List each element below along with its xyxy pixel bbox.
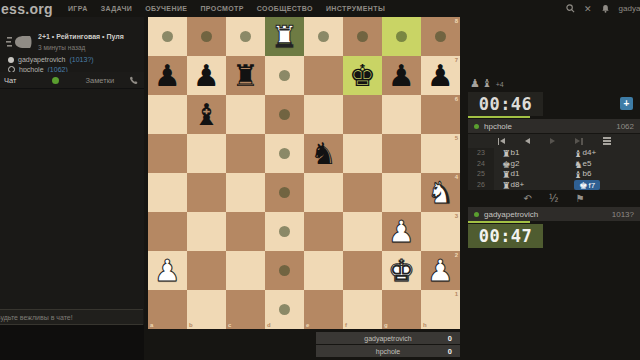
square-a3[interactable] <box>148 212 187 251</box>
coord-file-g: g <box>384 322 388 328</box>
game-started-ago: 3 минуты назад <box>38 44 85 51</box>
square-a7[interactable]: ♟ <box>148 56 187 95</box>
square-h7[interactable]: ♟7 <box>421 56 460 95</box>
piece-white-P-g3[interactable]: ♟ <box>382 212 421 251</box>
square-b2[interactable] <box>187 251 226 290</box>
coord-file-e: e <box>306 322 309 328</box>
search-icon[interactable] <box>566 4 575 13</box>
move-dest-dot <box>279 109 290 120</box>
square-a5[interactable] <box>148 134 187 173</box>
move-number: 26 <box>468 180 494 191</box>
square-f8[interactable] <box>343 17 382 56</box>
coord-file-h: h <box>423 322 427 328</box>
square-c1[interactable]: c <box>226 290 265 329</box>
square-g8[interactable] <box>382 17 421 56</box>
move-controls <box>468 134 640 148</box>
move-dest-dot <box>201 31 212 42</box>
piece-white-R-d8[interactable]: ♜ <box>265 17 304 56</box>
move-23-black[interactable]: ♝d4+ <box>566 148 640 159</box>
square-e7[interactable] <box>304 56 343 95</box>
lichess-game-page: ess.org ИГРА ЗАДАЧИ ОБУЧЕНИЕ ПРОСМОТР СО… <box>0 0 640 360</box>
square-g3[interactable]: ♟ <box>382 212 421 251</box>
square-h6[interactable]: 6 <box>421 95 460 134</box>
square-c8[interactable] <box>226 17 265 56</box>
menu-play[interactable]: ИГРА <box>68 5 88 12</box>
move-row-23: 23♜b1♝d4+ <box>468 148 640 159</box>
next-move-button[interactable] <box>550 138 555 144</box>
figurine-icon: ♝ <box>574 169 583 180</box>
crosstable-score: 0 <box>448 347 452 356</box>
player-bottom-name[interactable]: gadyapetrovich <box>484 210 538 219</box>
move-number: 23 <box>468 148 494 159</box>
online-dot <box>474 212 479 217</box>
square-g6[interactable] <box>382 95 421 134</box>
navbar-right: ✕ gadyapetrovich <box>566 0 640 17</box>
coord-rank-2: 2 <box>455 252 458 258</box>
piece-black-P-g7[interactable]: ♟ <box>382 56 421 95</box>
site-logo[interactable]: ess.org <box>1 1 53 17</box>
time-bar-top <box>468 116 530 118</box>
move-row-24: 24♚g2♞e5 <box>468 159 640 170</box>
figurine-icon: ♜ <box>502 148 511 159</box>
coord-rank-6: 6 <box>455 96 458 102</box>
piece-black-N-e5[interactable]: ♞ <box>304 134 343 173</box>
square-d1[interactable]: d <box>265 290 304 329</box>
last-move-button[interactable] <box>575 138 583 145</box>
square-f5[interactable] <box>343 134 382 173</box>
phone-icon[interactable] <box>129 76 138 85</box>
crosstable-row-black[interactable]: hpchole 0 <box>316 345 460 357</box>
offer-draw-button[interactable]: ½ <box>549 192 559 206</box>
player-bottom-rating: 1013? <box>612 210 634 219</box>
coord-file-c: c <box>228 322 231 328</box>
square-f3[interactable] <box>343 212 382 251</box>
square-c3[interactable] <box>226 212 265 251</box>
square-c4[interactable] <box>226 173 265 212</box>
square-a2[interactable]: ♟ <box>148 251 187 290</box>
game-actions: ↶ ½ ⚑ <box>468 192 640 206</box>
white-player-row: gadyapetrovich (1013?) <box>8 56 94 63</box>
move-text: d4+ <box>583 148 597 159</box>
menu-tools[interactable]: ИНСТРУМЕНТЫ <box>326 5 385 12</box>
piece-black-P-b7[interactable]: ♟ <box>187 56 226 95</box>
square-a1[interactable]: a <box>148 290 187 329</box>
menu-learn[interactable]: ОБУЧЕНИЕ <box>145 5 187 12</box>
coord-file-d: d <box>267 322 271 328</box>
takeback-button[interactable]: ↶ <box>523 192 531 206</box>
coord-rank-1: 1 <box>455 291 458 297</box>
square-b5[interactable] <box>187 134 226 173</box>
square-c2[interactable] <box>226 251 265 290</box>
square-g4[interactable] <box>382 173 421 212</box>
crosstable-row-white[interactable]: gadyapetrovich 0 <box>316 332 460 344</box>
move-text: f7 <box>589 181 596 190</box>
square-g5[interactable] <box>382 134 421 173</box>
coord-rank-3: 3 <box>455 213 458 219</box>
move-text: b1 <box>511 148 520 159</box>
move-dest-dot <box>240 31 251 42</box>
square-d7[interactable] <box>265 56 304 95</box>
figurine-icon: ♚ <box>579 180 588 191</box>
coord-rank-5: 5 <box>455 135 458 141</box>
menu-puzzles[interactable]: ЗАДАЧИ <box>101 5 133 12</box>
square-b7[interactable]: ♟ <box>187 56 226 95</box>
move-list-box: 23♜b1♝d4+24♚g2♞e525♜d1♝b626♜d8+♚f7 <box>468 134 640 190</box>
square-a4[interactable] <box>148 173 187 212</box>
square-e8[interactable] <box>304 17 343 56</box>
square-h5[interactable]: 5 <box>421 134 460 173</box>
figurine-icon: ♜ <box>502 180 511 191</box>
move-dest-dot <box>162 31 173 42</box>
give-more-time-button[interactable]: + <box>620 97 633 110</box>
menu-watch[interactable]: ПРОСМОТР <box>200 5 243 12</box>
move-dest-dot <box>279 304 290 315</box>
move-23-white[interactable]: ♜b1 <box>494 148 566 159</box>
square-b6[interactable]: ♝ <box>187 95 226 134</box>
piece-white-K-g2[interactable]: ♚ <box>382 251 421 290</box>
move-text: d8+ <box>511 180 525 191</box>
square-e2[interactable] <box>304 251 343 290</box>
player-top-name[interactable]: hpchole <box>484 122 512 131</box>
white-player-name[interactable]: gadyapetrovich <box>18 56 65 63</box>
square-a8[interactable] <box>148 17 187 56</box>
square-b3[interactable] <box>187 212 226 251</box>
square-f6[interactable] <box>343 95 382 134</box>
move-dest-dot <box>318 31 329 42</box>
square-e6[interactable] <box>304 95 343 134</box>
online-dot <box>474 124 479 129</box>
square-h1[interactable]: 1h <box>421 290 460 329</box>
piece-black-R-c7[interactable]: ♜ <box>226 56 265 95</box>
resign-button[interactable]: ⚑ <box>576 192 585 206</box>
chat-input[interactable]: Будьте вежливы в чате! <box>0 309 143 325</box>
square-d2[interactable] <box>265 251 304 290</box>
game-panel: ♟ ♝ +4 00:46 + hpchole 1062 23♜b1♝d4+24♚… <box>468 17 640 360</box>
move-dest-dot <box>279 226 290 237</box>
coord-file-f: f <box>345 322 347 328</box>
first-move-button[interactable] <box>498 138 506 145</box>
prev-move-button[interactable] <box>525 138 530 144</box>
move-dest-dot <box>357 31 368 42</box>
time-control-label: 2+1 • Рейтинговая • Пуля <box>38 33 124 40</box>
square-f4[interactable] <box>343 173 382 212</box>
square-h8[interactable]: 8 <box>421 17 460 56</box>
square-a6[interactable] <box>148 95 187 134</box>
player-top-rating: 1062 <box>616 122 634 131</box>
move-25-black[interactable]: ♝b6 <box>566 169 640 180</box>
square-g2[interactable]: ♚ <box>382 251 421 290</box>
piece-white-P-a2[interactable]: ♟ <box>148 251 187 290</box>
menu-community[interactable]: СООБЩЕСТВО <box>257 5 313 12</box>
move-text: d1 <box>511 169 520 180</box>
square-h3[interactable]: 3 <box>421 212 460 251</box>
top-navbar: ess.org ИГРА ЗАДАЧИ ОБУЧЕНИЕ ПРОСМОТР СО… <box>0 0 640 17</box>
move-text: b6 <box>583 169 592 180</box>
chat-toggle-icon[interactable] <box>52 77 59 84</box>
menu-icon[interactable] <box>603 137 611 145</box>
player-row-bottom: gadyapetrovich 1013? <box>468 207 640 221</box>
move-24-white[interactable]: ♚g2 <box>494 159 566 170</box>
chess-board[interactable]: ♜8♟♟♜♚♟♟7♝6♞5♞4♟3♟♚♟2abcdefg1h <box>148 17 460 329</box>
coord-file-b: b <box>189 322 193 328</box>
coord-rank-8: 8 <box>455 18 458 24</box>
tab-chat[interactable]: Чат <box>4 76 16 85</box>
square-g7[interactable]: ♟ <box>382 56 421 95</box>
chat-placeholder: Будьте вежливы в чате! <box>0 314 73 321</box>
challenges-icon[interactable]: ✕ <box>584 4 592 14</box>
square-d6[interactable] <box>265 95 304 134</box>
figurine-icon: ♚ <box>502 159 511 170</box>
left-sidebar: 2+1 • Рейтинговая • Пуля 3 минуты назад … <box>0 17 144 360</box>
figurine-icon: ♜ <box>502 169 511 180</box>
move-row-25: 25♜d1♝b6 <box>468 169 640 180</box>
square-h2[interactable]: ♟2 <box>421 251 460 290</box>
move-number: 24 <box>468 159 494 170</box>
move-dest-dot <box>396 31 407 42</box>
move-number: 25 <box>468 169 494 180</box>
square-c6[interactable] <box>226 95 265 134</box>
square-b4[interactable] <box>187 173 226 212</box>
crosstable-name: hpchole <box>376 348 401 355</box>
time-bar-bottom <box>468 221 530 223</box>
coord-rank-7: 7 <box>455 57 458 63</box>
move-26-black[interactable]: ♚f7 <box>566 180 640 190</box>
move-26-white[interactable]: ♜d8+ <box>494 180 566 191</box>
crosstable-score: 0 <box>448 334 452 343</box>
figurine-icon: ♝ <box>574 148 583 159</box>
move-dest-dot <box>435 31 446 42</box>
square-g1[interactable]: g <box>382 290 421 329</box>
square-e3[interactable] <box>304 212 343 251</box>
captured-bishop-icon: ♝ <box>482 78 492 90</box>
coord-rank-4: 4 <box>455 174 458 180</box>
piece-black-P-a7[interactable]: ♟ <box>148 56 187 95</box>
figurine-icon: ♞ <box>574 159 583 170</box>
move-25-white[interactable]: ♜d1 <box>494 169 566 180</box>
square-c5[interactable] <box>226 134 265 173</box>
square-f2[interactable] <box>343 251 382 290</box>
clock-top: 00:46 <box>468 92 543 116</box>
move-rows: 23♜b1♝d4+24♚g2♞e525♜d1♝b626♜d8+♚f7 <box>468 148 640 190</box>
chat-tabs: Чат Заметки <box>0 72 144 89</box>
coord-file-a: a <box>150 322 153 328</box>
tab-notes[interactable]: Заметки <box>85 76 114 85</box>
square-f7[interactable]: ♚ <box>343 56 382 95</box>
square-b8[interactable] <box>187 17 226 56</box>
player-row-top: hpchole 1062 <box>468 119 640 133</box>
captured-pawn-icon: ♟ <box>470 78 480 90</box>
move-text: g2 <box>511 159 520 170</box>
crosstable-name: gadyapetrovich <box>364 335 411 342</box>
move-row-26: 26♜d8+♚f7 <box>468 180 640 191</box>
square-b1[interactable]: b <box>187 290 226 329</box>
main-menu: ИГРА ЗАДАЧИ ОБУЧЕНИЕ ПРОСМОТР СООБЩЕСТВО… <box>68 5 385 12</box>
white-color-icon <box>8 57 14 63</box>
chat-messages-area <box>0 89 144 308</box>
move-dest-dot <box>279 187 290 198</box>
move-text: e5 <box>583 159 592 170</box>
square-e1[interactable]: e <box>304 290 343 329</box>
bullet-icon <box>6 32 34 52</box>
square-e4[interactable] <box>304 173 343 212</box>
square-e5[interactable]: ♞ <box>304 134 343 173</box>
move-dest-dot <box>279 265 290 276</box>
piece-black-B-b6[interactable]: ♝ <box>187 95 226 134</box>
move-dest-dot <box>279 70 290 81</box>
move-dest-dot <box>279 148 290 159</box>
piece-black-K-f7[interactable]: ♚ <box>343 56 382 95</box>
navbar-username[interactable]: gadyapetrovich <box>619 4 640 13</box>
crosstable: gadyapetrovich 0 hpchole 0 <box>316 332 460 358</box>
square-h4[interactable]: ♞4 <box>421 173 460 212</box>
clock-bottom: 00:47 <box>468 224 543 248</box>
square-d3[interactable] <box>265 212 304 251</box>
square-d8[interactable]: ♜ <box>265 17 304 56</box>
sidebar-bottom-spacer <box>0 325 144 360</box>
square-f1[interactable]: f <box>343 290 382 329</box>
white-player-rating[interactable]: (1013?) <box>69 56 93 63</box>
material-advantage: ♟ ♝ +4 <box>470 78 504 90</box>
square-c7[interactable]: ♜ <box>226 56 265 95</box>
square-d5[interactable] <box>265 134 304 173</box>
move-24-black[interactable]: ♞e5 <box>566 159 640 170</box>
material-advantage-value: +4 <box>496 81 504 88</box>
bell-icon[interactable] <box>601 4 610 13</box>
square-d4[interactable] <box>265 173 304 212</box>
